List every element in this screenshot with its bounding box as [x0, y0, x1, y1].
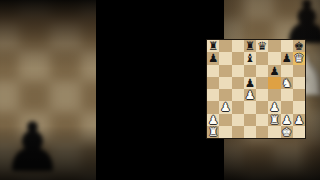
background-shade [0, 0, 96, 180]
piece-white-rook[interactable]: ♜ [207, 126, 219, 138]
square-f5[interactable] [268, 77, 280, 89]
square-b7[interactable] [219, 52, 231, 64]
square-c3[interactable] [232, 101, 244, 113]
piece-white-pawn[interactable]: ♟ [268, 101, 280, 113]
chess-board[interactable]: ♜♜♛♚♟♝♟♛♟♟♞♟♟♟♟♜♟♟♜♚ [207, 40, 305, 138]
video-letterbox-panel: ♜♜♛♚♟♝♟♛♟♟♞♟♟♟♟♜♟♟♜♚ [96, 0, 224, 180]
square-a6[interactable] [207, 65, 219, 77]
piece-white-pawn[interactable]: ♟ [281, 114, 293, 126]
square-c1[interactable] [232, 126, 244, 138]
square-a3[interactable] [207, 101, 219, 113]
piece-black-queen[interactable]: ♛ [256, 40, 268, 52]
square-e4[interactable] [256, 89, 268, 101]
square-c5[interactable] [232, 77, 244, 89]
square-h5[interactable] [293, 77, 305, 89]
square-f2[interactable]: ♜ [268, 114, 280, 126]
square-d6[interactable] [244, 65, 256, 77]
square-h1[interactable] [293, 126, 305, 138]
piece-black-pawn[interactable]: ♟ [281, 52, 293, 64]
square-b6[interactable] [219, 65, 231, 77]
square-a7[interactable]: ♟ [207, 52, 219, 64]
video-frame: ♟ ♟ ♞ ♜♜♛♚♟♝♟♛♟♟♞♟♟♟♟♜♟♟♜♚ [0, 0, 320, 180]
piece-white-queen[interactable]: ♛ [293, 52, 305, 64]
square-d7[interactable]: ♝ [244, 52, 256, 64]
square-a5[interactable] [207, 77, 219, 89]
square-g2[interactable]: ♟ [281, 114, 293, 126]
piece-white-knight[interactable]: ♞ [281, 77, 293, 89]
piece-white-rook[interactable]: ♜ [268, 114, 280, 126]
piece-white-pawn[interactable]: ♟ [219, 101, 231, 113]
square-b2[interactable] [219, 114, 231, 126]
square-h3[interactable] [293, 101, 305, 113]
piece-white-pawn[interactable]: ♟ [207, 114, 219, 126]
square-e5[interactable] [256, 77, 268, 89]
square-g3[interactable] [281, 101, 293, 113]
square-c4[interactable] [232, 89, 244, 101]
square-b3[interactable]: ♟ [219, 101, 231, 113]
piece-black-bishop[interactable]: ♝ [244, 52, 256, 64]
square-g7[interactable]: ♟ [281, 52, 293, 64]
piece-white-pawn[interactable]: ♟ [244, 89, 256, 101]
square-e6[interactable] [256, 65, 268, 77]
square-b8[interactable] [219, 40, 231, 52]
square-e2[interactable] [256, 114, 268, 126]
piece-black-pawn[interactable]: ♟ [207, 52, 219, 64]
square-c2[interactable] [232, 114, 244, 126]
square-d4[interactable]: ♟ [244, 89, 256, 101]
square-g1[interactable]: ♚ [281, 126, 293, 138]
square-f8[interactable] [268, 40, 280, 52]
square-h6[interactable] [293, 65, 305, 77]
square-h4[interactable] [293, 89, 305, 101]
square-e8[interactable]: ♛ [256, 40, 268, 52]
square-f3[interactable]: ♟ [268, 101, 280, 113]
square-a1[interactable]: ♜ [207, 126, 219, 138]
square-b5[interactable] [219, 77, 231, 89]
square-e3[interactable] [256, 101, 268, 113]
piece-white-king[interactable]: ♚ [281, 126, 293, 138]
square-e7[interactable] [256, 52, 268, 64]
square-a2[interactable]: ♟ [207, 114, 219, 126]
square-e1[interactable] [256, 126, 268, 138]
square-h7[interactable]: ♛ [293, 52, 305, 64]
square-d2[interactable] [244, 114, 256, 126]
square-b1[interactable] [219, 126, 231, 138]
square-d3[interactable] [244, 101, 256, 113]
square-d1[interactable] [244, 126, 256, 138]
square-c7[interactable] [232, 52, 244, 64]
square-g5[interactable]: ♞ [281, 77, 293, 89]
square-g6[interactable] [281, 65, 293, 77]
square-g4[interactable] [281, 89, 293, 101]
square-f1[interactable] [268, 126, 280, 138]
piece-white-pawn[interactable]: ♟ [293, 114, 305, 126]
square-f6[interactable]: ♟ [268, 65, 280, 77]
background-blur-left: ♟ [0, 0, 96, 180]
square-c6[interactable] [232, 65, 244, 77]
square-c8[interactable] [232, 40, 244, 52]
square-a4[interactable] [207, 89, 219, 101]
square-h2[interactable]: ♟ [293, 114, 305, 126]
square-f7[interactable] [268, 52, 280, 64]
piece-black-pawn[interactable]: ♟ [268, 65, 280, 77]
